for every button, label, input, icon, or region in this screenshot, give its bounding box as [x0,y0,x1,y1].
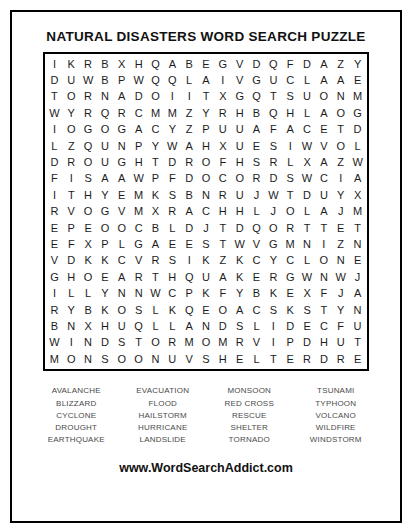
grid-cell-r6c7[interactable]: Y [147,138,164,154]
grid-cell-r14c3[interactable]: O [80,269,97,285]
grid-cell-r5c11[interactable]: U [214,122,231,138]
grid-cell-r8c15[interactable]: S [282,171,299,187]
grid-cell-r9c16[interactable]: D [299,187,316,203]
grid-cell-r13c14[interactable]: Y [265,253,282,269]
grid-cell-r15c13[interactable]: B [248,285,265,301]
grid-cell-r12c2[interactable]: F [63,236,80,252]
grid-cell-r5c13[interactable]: A [248,122,265,138]
grid-cell-r12c14[interactable]: G [265,236,282,252]
grid-cell-r12c18[interactable]: Z [332,236,349,252]
grid-cell-r4c11[interactable]: R [214,105,231,121]
grid-cell-r18c6[interactable]: T [130,335,147,351]
grid-cell-r1c12[interactable]: V [231,56,248,72]
grid-cell-r3c12[interactable]: G [231,89,248,105]
grid-cell-r3c7[interactable]: O [147,89,164,105]
grid-cell-r15c9[interactable]: P [181,285,198,301]
grid-cell-r12c12[interactable]: W [231,236,248,252]
grid-cell-r16c12[interactable]: A [231,302,248,318]
grid-cell-r19c14[interactable]: T [265,351,282,367]
grid-cell-r15c3[interactable]: L [80,285,97,301]
grid-cell-r10c18[interactable]: J [332,204,349,220]
grid-cell-r3c3[interactable]: R [80,89,97,105]
grid-cell-r17c18[interactable]: F [332,318,349,334]
grid-cell-r9c2[interactable]: T [63,187,80,203]
grid-cell-r8c2[interactable]: I [63,171,80,187]
grid-cell-r5c16[interactable]: C [299,122,316,138]
grid-cell-r4c2[interactable]: Y [63,105,80,121]
grid-cell-r13c19[interactable]: E [349,253,366,269]
grid-cell-r3c4[interactable]: N [97,89,114,105]
grid-cell-r7c6[interactable]: H [130,154,147,170]
grid-cell-r19c15[interactable]: E [282,351,299,367]
grid-cell-r13c11[interactable]: Z [214,253,231,269]
grid-cell-r8c13[interactable]: R [248,171,265,187]
grid-cell-r18c9[interactable]: M [181,335,198,351]
grid-cell-r4c17[interactable]: A [315,105,332,121]
grid-cell-r5c7[interactable]: C [147,122,164,138]
grid-cell-r10c12[interactable]: H [231,204,248,220]
grid-cell-r1c4[interactable]: B [97,56,114,72]
grid-cell-r14c16[interactable]: W [299,269,316,285]
grid-cell-r12c3[interactable]: X [80,236,97,252]
grid-cell-r9c12[interactable]: U [231,187,248,203]
grid-cell-r12c1[interactable]: E [46,236,63,252]
grid-cell-r7c11[interactable]: F [214,154,231,170]
grid-cell-r6c19[interactable]: L [349,138,366,154]
grid-cell-r5c10[interactable]: P [198,122,215,138]
grid-cell-r16c15[interactable]: K [282,302,299,318]
grid-cell-r8c19[interactable]: A [349,171,366,187]
grid-cell-r3c8[interactable]: I [164,89,181,105]
grid-cell-r7c14[interactable]: R [265,154,282,170]
grid-cell-r2c10[interactable]: A [198,72,215,88]
grid-cell-r17c11[interactable]: D [214,318,231,334]
grid-cell-r19c3[interactable]: N [80,351,97,367]
grid-cell-r14c14[interactable]: R [265,269,282,285]
grid-cell-r15c11[interactable]: F [214,285,231,301]
grid-cell-r19c17[interactable]: D [315,351,332,367]
grid-cell-r15c12[interactable]: Y [231,285,248,301]
grid-cell-r16c13[interactable]: C [248,302,265,318]
grid-cell-r5c6[interactable]: A [130,122,147,138]
grid-cell-r2c5[interactable]: P [113,72,130,88]
grid-cell-r4c12[interactable]: H [231,105,248,121]
grid-cell-r5c15[interactable]: A [282,122,299,138]
grid-cell-r4c9[interactable]: Z [181,105,198,121]
grid-cell-r14c7[interactable]: T [147,269,164,285]
grid-cell-r3c18[interactable]: N [332,89,349,105]
grid-cell-r4c14[interactable]: Q [265,105,282,121]
grid-cell-r8c17[interactable]: C [315,171,332,187]
grid-cell-r12c15[interactable]: M [282,236,299,252]
grid-cell-r1c19[interactable]: Y [349,56,366,72]
grid-cell-r12c9[interactable]: E [181,236,198,252]
grid-cell-r9c15[interactable]: T [282,187,299,203]
grid-cell-r2c13[interactable]: G [248,72,265,88]
grid-cell-r17c7[interactable]: L [147,318,164,334]
grid-cell-r17c9[interactable]: A [181,318,198,334]
grid-cell-r1c10[interactable]: E [198,56,215,72]
grid-cell-r5c1[interactable]: I [46,122,63,138]
grid-cell-r15c16[interactable]: X [299,285,316,301]
grid-cell-r12c6[interactable]: G [130,236,147,252]
grid-cell-r1c17[interactable]: A [315,56,332,72]
grid-cell-r5c5[interactable]: G [113,122,130,138]
grid-cell-r7c18[interactable]: Z [332,154,349,170]
grid-cell-r17c17[interactable]: C [315,318,332,334]
grid-cell-r14c1[interactable]: G [46,269,63,285]
grid-cell-r6c3[interactable]: Q [80,138,97,154]
grid-cell-r11c1[interactable]: E [46,220,63,236]
grid-cell-r11c15[interactable]: R [282,220,299,236]
grid-cell-r6c4[interactable]: U [97,138,114,154]
grid-cell-r11c9[interactable]: D [181,220,198,236]
grid-cell-r13c3[interactable]: K [80,253,97,269]
grid-cell-r13c7[interactable]: R [147,253,164,269]
grid-cell-r6c16[interactable]: W [299,138,316,154]
grid-cell-r3c16[interactable]: U [299,89,316,105]
grid-cell-r16c4[interactable]: K [97,302,114,318]
grid-cell-r9c10[interactable]: N [198,187,215,203]
grid-cell-r15c1[interactable]: I [46,285,63,301]
grid-cell-r5c19[interactable]: D [349,122,366,138]
grid-cell-r17c1[interactable]: B [46,318,63,334]
grid-cell-r5c9[interactable]: Z [181,122,198,138]
grid-cell-r18c3[interactable]: N [80,335,97,351]
grid-cell-r1c1[interactable]: I [46,56,63,72]
grid-cell-r18c18[interactable]: U [332,335,349,351]
grid-cell-r18c4[interactable]: D [97,335,114,351]
grid-cell-r17c8[interactable]: L [164,318,181,334]
grid-cell-r3c10[interactable]: T [198,89,215,105]
grid-cell-r5c2[interactable]: O [63,122,80,138]
grid-cell-r8c11[interactable]: C [214,171,231,187]
grid-cell-r18c7[interactable]: O [147,335,164,351]
grid-cell-r11c18[interactable]: E [332,220,349,236]
grid-cell-r18c11[interactable]: M [214,335,231,351]
grid-cell-r12c17[interactable]: I [315,236,332,252]
grid-cell-r7c16[interactable]: X [299,154,316,170]
grid-cell-r19c1[interactable]: M [46,351,63,367]
grid-cell-r14c9[interactable]: Q [181,269,198,285]
grid-cell-r8c5[interactable]: A [113,171,130,187]
grid-cell-r2c15[interactable]: C [282,72,299,88]
grid-cell-r9c17[interactable]: U [315,187,332,203]
grid-cell-r17c15[interactable]: D [282,318,299,334]
grid-cell-r13c13[interactable]: C [248,253,265,269]
grid-cell-r1c14[interactable]: Q [265,56,282,72]
grid-cell-r16c9[interactable]: Q [181,302,198,318]
grid-cell-r9c8[interactable]: S [164,187,181,203]
grid-cell-r14c13[interactable]: E [248,269,265,285]
grid-cell-r3c5[interactable]: A [113,89,130,105]
grid-cell-r14c11[interactable]: A [214,269,231,285]
grid-cell-r16c14[interactable]: S [265,302,282,318]
grid-cell-r2c6[interactable]: W [130,72,147,88]
grid-cell-r2c4[interactable]: B [97,72,114,88]
grid-cell-r7c7[interactable]: T [147,154,164,170]
grid-cell-r10c13[interactable]: L [248,204,265,220]
grid-cell-r6c15[interactable]: I [282,138,299,154]
grid-cell-r6c10[interactable]: H [198,138,215,154]
grid-cell-r16c5[interactable]: O [113,302,130,318]
grid-cell-r1c7[interactable]: Q [147,56,164,72]
grid-cell-r5c12[interactable]: U [231,122,248,138]
grid-cell-r17c5[interactable]: U [113,318,130,334]
grid-cell-r18c12[interactable]: R [231,335,248,351]
grid-cell-r13c9[interactable]: I [181,253,198,269]
grid-cell-r17c2[interactable]: N [63,318,80,334]
grid-cell-r15c5[interactable]: N [113,285,130,301]
grid-cell-r19c12[interactable]: E [231,351,248,367]
grid-cell-r8c16[interactable]: W [299,171,316,187]
grid-cell-r9c14[interactable]: W [265,187,282,203]
grid-cell-r12c11[interactable]: T [214,236,231,252]
grid-cell-r1c2[interactable]: K [63,56,80,72]
grid-cell-r17c14[interactable]: I [265,318,282,334]
grid-cell-r8c4[interactable]: A [97,171,114,187]
grid-cell-r3c1[interactable]: T [46,89,63,105]
grid-cell-r16c19[interactable]: N [349,302,366,318]
grid-cell-r14c5[interactable]: A [113,269,130,285]
grid-cell-r8c6[interactable]: W [130,171,147,187]
grid-cell-r16c8[interactable]: K [164,302,181,318]
grid-cell-r11c19[interactable]: T [349,220,366,236]
grid-cell-r3c15[interactable]: S [282,89,299,105]
grid-cell-r6c9[interactable]: A [181,138,198,154]
grid-cell-r1c9[interactable]: B [181,56,198,72]
grid-cell-r15c4[interactable]: Y [97,285,114,301]
grid-cell-r10c14[interactable]: J [265,204,282,220]
grid-cell-r7c10[interactable]: O [198,154,215,170]
grid-cell-r11c17[interactable]: T [315,220,332,236]
grid-cell-r19c5[interactable]: O [113,351,130,367]
grid-cell-r13c6[interactable]: V [130,253,147,269]
grid-cell-r10c2[interactable]: V [63,204,80,220]
grid-cell-r9c1[interactable]: I [46,187,63,203]
grid-cell-r12c8[interactable]: E [164,236,181,252]
grid-cell-r15c18[interactable]: J [332,285,349,301]
grid-cell-r19c8[interactable]: U [164,351,181,367]
grid-cell-r14c8[interactable]: H [164,269,181,285]
grid-cell-r15c10[interactable]: K [198,285,215,301]
grid-cell-r7c2[interactable]: R [63,154,80,170]
grid-cell-r19c16[interactable]: R [299,351,316,367]
grid-cell-r12c7[interactable]: A [147,236,164,252]
grid-cell-r6c6[interactable]: P [130,138,147,154]
grid-cell-r18c19[interactable]: T [349,335,366,351]
grid-cell-r10c9[interactable]: A [181,204,198,220]
grid-cell-r6c11[interactable]: X [214,138,231,154]
grid-cell-r13c1[interactable]: V [46,253,63,269]
grid-cell-r7c19[interactable]: W [349,154,366,170]
grid-cell-r10c17[interactable]: A [315,204,332,220]
grid-cell-r15c2[interactable]: L [63,285,80,301]
grid-cell-r18c14[interactable]: I [265,335,282,351]
grid-cell-r16c18[interactable]: Y [332,302,349,318]
grid-cell-r13c16[interactable]: L [299,253,316,269]
grid-cell-r9c9[interactable]: B [181,187,198,203]
grid-cell-r8c14[interactable]: D [265,171,282,187]
grid-cell-r5c4[interactable]: O [97,122,114,138]
grid-cell-r12c13[interactable]: V [248,236,265,252]
grid-cell-r15c14[interactable]: K [265,285,282,301]
grid-cell-r4c7[interactable]: M [147,105,164,121]
grid-cell-r16c11[interactable]: O [214,302,231,318]
grid-cell-r3c19[interactable]: M [349,89,366,105]
grid-cell-r16c7[interactable]: L [147,302,164,318]
grid-cell-r14c19[interactable]: J [349,269,366,285]
grid-cell-r2c12[interactable]: V [231,72,248,88]
grid-cell-r11c13[interactable]: Q [248,220,265,236]
grid-cell-r12c10[interactable]: S [198,236,215,252]
grid-cell-r17c4[interactable]: H [97,318,114,334]
grid-cell-r4c8[interactable]: M [164,105,181,121]
grid-cell-r2c9[interactable]: L [181,72,198,88]
grid-cell-r11c7[interactable]: B [147,220,164,236]
grid-cell-r11c6[interactable]: C [130,220,147,236]
grid-cell-r10c7[interactable]: X [147,204,164,220]
grid-cell-r10c10[interactable]: C [198,204,215,220]
grid-cell-r4c6[interactable]: C [130,105,147,121]
grid-cell-r11c12[interactable]: D [231,220,248,236]
grid-cell-r13c10[interactable]: K [198,253,215,269]
grid-cell-r7c4[interactable]: U [97,154,114,170]
grid-cell-r4c18[interactable]: O [332,105,349,121]
grid-cell-r4c16[interactable]: L [299,105,316,121]
grid-cell-r11c16[interactable]: T [299,220,316,236]
grid-cell-r6c18[interactable]: O [332,138,349,154]
grid-cell-r2c11[interactable]: I [214,72,231,88]
grid-cell-r13c17[interactable]: O [315,253,332,269]
grid-cell-r12c19[interactable]: N [349,236,366,252]
grid-cell-r15c19[interactable]: A [349,285,366,301]
grid-cell-r1c18[interactable]: Z [332,56,349,72]
grid-cell-r2c2[interactable]: U [63,72,80,88]
grid-cell-r4c13[interactable]: B [248,105,265,121]
grid-cell-r3c6[interactable]: D [130,89,147,105]
grid-cell-r19c19[interactable]: E [349,351,366,367]
grid-cell-r2c16[interactable]: L [299,72,316,88]
grid-cell-r7c8[interactable]: D [164,154,181,170]
grid-cell-r5c3[interactable]: G [80,122,97,138]
grid-cell-r8c9[interactable]: D [181,171,198,187]
grid-cell-r1c13[interactable]: D [248,56,265,72]
grid-cell-r8c7[interactable]: P [147,171,164,187]
grid-cell-r11c5[interactable]: O [113,220,130,236]
grid-cell-r6c12[interactable]: U [231,138,248,154]
grid-cell-r10c5[interactable]: V [113,204,130,220]
grid-cell-r5c8[interactable]: Y [164,122,181,138]
grid-cell-r4c10[interactable]: Y [198,105,215,121]
grid-cell-r18c13[interactable]: V [248,335,265,351]
grid-cell-r16c6[interactable]: S [130,302,147,318]
grid-cell-r7c5[interactable]: G [113,154,130,170]
grid-cell-r11c14[interactable]: O [265,220,282,236]
grid-cell-r14c15[interactable]: G [282,269,299,285]
grid-cell-r9c6[interactable]: M [130,187,147,203]
grid-cell-r15c6[interactable]: N [130,285,147,301]
grid-cell-r17c3[interactable]: X [80,318,97,334]
grid-cell-r11c11[interactable]: T [214,220,231,236]
grid-cell-r6c17[interactable]: V [315,138,332,154]
grid-cell-r15c7[interactable]: W [147,285,164,301]
grid-cell-r19c11[interactable]: H [214,351,231,367]
grid-cell-r18c2[interactable]: I [63,335,80,351]
grid-cell-r17c10[interactable]: N [198,318,215,334]
grid-cell-r8c3[interactable]: S [80,171,97,187]
grid-cell-r12c4[interactable]: P [97,236,114,252]
grid-cell-r10c8[interactable]: R [164,204,181,220]
grid-cell-r5c17[interactable]: E [315,122,332,138]
grid-cell-r10c4[interactable]: G [97,204,114,220]
grid-cell-r10c1[interactable]: R [46,204,63,220]
grid-cell-r19c2[interactable]: O [63,351,80,367]
grid-cell-r16c10[interactable]: E [198,302,215,318]
grid-cell-r11c4[interactable]: O [97,220,114,236]
grid-cell-r4c4[interactable]: Q [97,105,114,121]
grid-cell-r9c19[interactable]: X [349,187,366,203]
grid-cell-r6c1[interactable]: L [46,138,63,154]
grid-cell-r8c8[interactable]: F [164,171,181,187]
grid-cell-r1c11[interactable]: G [214,56,231,72]
grid-cell-r14c6[interactable]: R [130,269,147,285]
grid-cell-r9c13[interactable]: J [248,187,265,203]
grid-cell-r15c8[interactable]: C [164,285,181,301]
grid-cell-r4c3[interactable]: R [80,105,97,121]
grid-cell-r19c9[interactable]: V [181,351,198,367]
grid-cell-r7c15[interactable]: L [282,154,299,170]
grid-cell-r13c15[interactable]: C [282,253,299,269]
grid-cell-r14c18[interactable]: W [332,269,349,285]
grid-cell-r10c15[interactable]: O [282,204,299,220]
grid-cell-r6c8[interactable]: W [164,138,181,154]
grid-cell-r17c13[interactable]: L [248,318,265,334]
grid-cell-r3c2[interactable]: O [63,89,80,105]
grid-cell-r2c17[interactable]: A [315,72,332,88]
grid-cell-r18c5[interactable]: S [113,335,130,351]
grid-cell-r16c17[interactable]: T [315,302,332,318]
grid-cell-r3c17[interactable]: O [315,89,332,105]
grid-cell-r2c8[interactable]: Q [164,72,181,88]
grid-cell-r5c18[interactable]: T [332,122,349,138]
grid-cell-r9c4[interactable]: Y [97,187,114,203]
grid-cell-r11c2[interactable]: P [63,220,80,236]
grid-cell-r19c13[interactable]: L [248,351,265,367]
grid-cell-r11c10[interactable]: J [198,220,215,236]
grid-cell-r9c11[interactable]: R [214,187,231,203]
grid-cell-r2c14[interactable]: U [265,72,282,88]
grid-cell-r2c18[interactable]: A [332,72,349,88]
grid-cell-r19c4[interactable]: S [97,351,114,367]
grid-cell-r9c7[interactable]: K [147,187,164,203]
grid-cell-r10c6[interactable]: M [130,204,147,220]
grid-cell-r17c12[interactable]: S [231,318,248,334]
grid-cell-r10c16[interactable]: L [299,204,316,220]
grid-cell-r17c6[interactable]: Q [130,318,147,334]
grid-cell-r10c19[interactable]: M [349,204,366,220]
grid-cell-r16c1[interactable]: R [46,302,63,318]
grid-cell-r14c17[interactable]: N [315,269,332,285]
grid-cell-r17c19[interactable]: U [349,318,366,334]
grid-cell-r6c2[interactable]: Z [63,138,80,154]
grid-cell-r8c10[interactable]: O [198,171,215,187]
grid-cell-r15c17[interactable]: F [315,285,332,301]
grid-cell-r4c15[interactable]: H [282,105,299,121]
grid-cell-r13c12[interactable]: K [231,253,248,269]
grid-cell-r6c13[interactable]: E [248,138,265,154]
grid-cell-r16c3[interactable]: B [80,302,97,318]
